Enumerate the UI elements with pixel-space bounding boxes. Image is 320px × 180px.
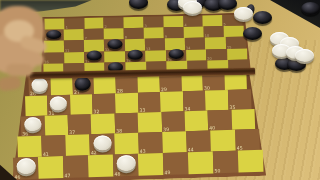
photo-scene: 1234567891011121314151617181920212223242… xyxy=(0,0,320,180)
light-square xyxy=(38,156,64,179)
black-man-on-12 xyxy=(107,39,122,49)
square-2: 2 xyxy=(104,17,124,28)
light-square xyxy=(17,136,42,158)
square-50: 50 xyxy=(213,151,239,174)
captured-white-piece xyxy=(183,1,202,14)
square-44: 44 xyxy=(186,130,211,152)
white-man-on-36 xyxy=(24,117,41,132)
square-48: 48 xyxy=(113,154,139,177)
square-number: 49 xyxy=(165,170,171,175)
black-man-on-19 xyxy=(168,49,183,59)
light-square xyxy=(160,91,183,112)
black-man-on-18 xyxy=(128,50,143,60)
light-square xyxy=(64,52,85,64)
light-square xyxy=(44,115,68,136)
light-square xyxy=(84,18,104,29)
square-36: 36 xyxy=(21,116,45,137)
square-3: 3 xyxy=(143,16,163,27)
square-number: 47 xyxy=(65,173,71,178)
square-19: 19 xyxy=(166,49,187,61)
light-square xyxy=(238,150,264,173)
square-11: 11 xyxy=(64,40,84,52)
light-square xyxy=(224,26,244,37)
square-42: 42 xyxy=(90,133,115,155)
light-square xyxy=(162,131,187,153)
light-square xyxy=(203,15,223,26)
square-15: 15 xyxy=(225,37,245,49)
light-square xyxy=(84,40,104,52)
square-4: 4 xyxy=(183,16,203,27)
white-man-on-46 xyxy=(16,158,35,175)
square-18: 18 xyxy=(125,50,146,62)
light-square xyxy=(65,134,90,156)
square-10: 10 xyxy=(204,26,224,37)
light-square xyxy=(144,27,164,38)
captured-black-piece xyxy=(218,0,237,10)
square-38: 38 xyxy=(114,113,138,134)
light-square xyxy=(94,74,116,94)
square-49: 49 xyxy=(163,152,189,175)
light-square xyxy=(70,94,93,115)
light-square xyxy=(124,39,144,51)
square-number: 48 xyxy=(115,172,121,177)
square-27: 27 xyxy=(72,75,94,95)
square-39: 39 xyxy=(161,111,185,132)
square-20: 20 xyxy=(207,49,228,61)
light-square xyxy=(205,37,225,49)
captured-black-piece xyxy=(243,27,262,40)
square-47: 47 xyxy=(63,155,89,178)
light-square xyxy=(186,49,207,61)
square-number: 46 xyxy=(15,175,21,180)
light-square xyxy=(64,29,84,40)
light-square xyxy=(91,113,115,134)
captured-white-piece xyxy=(295,49,314,62)
light-square xyxy=(88,155,114,178)
light-square xyxy=(185,111,209,132)
square-number: 50 xyxy=(215,168,221,173)
white-man-on-48 xyxy=(116,155,135,172)
light-square xyxy=(104,28,124,39)
square-45: 45 xyxy=(235,129,260,151)
light-square xyxy=(227,48,248,60)
square-17: 17 xyxy=(84,51,105,63)
square-40: 40 xyxy=(208,110,232,131)
square-7: 7 xyxy=(84,29,104,40)
square-32: 32 xyxy=(92,93,115,114)
captured-black-piece xyxy=(129,0,148,9)
light-square xyxy=(105,51,126,63)
square-35: 35 xyxy=(228,89,251,110)
light-square xyxy=(114,133,139,155)
square-9: 9 xyxy=(164,27,184,38)
square-41: 41 xyxy=(41,135,66,157)
captured-white-piece xyxy=(234,7,253,20)
light-square xyxy=(211,130,236,152)
light-square xyxy=(205,90,228,111)
square-12: 12 xyxy=(104,39,124,51)
black-man-on-17 xyxy=(87,51,102,61)
light-square xyxy=(231,109,255,130)
square-37: 37 xyxy=(68,114,92,135)
square-34: 34 xyxy=(183,91,206,112)
light-square xyxy=(115,93,138,114)
light-square xyxy=(165,38,185,50)
square-8: 8 xyxy=(124,28,144,39)
square-46: 46 xyxy=(13,157,39,180)
light-square xyxy=(138,153,164,176)
white-man-on-42 xyxy=(93,135,111,151)
light-square xyxy=(188,151,214,174)
square-43: 43 xyxy=(138,132,163,154)
square-14: 14 xyxy=(185,37,205,49)
light-square xyxy=(145,50,166,62)
captured-black-piece xyxy=(301,2,320,15)
player-hand xyxy=(0,2,60,110)
square-13: 13 xyxy=(145,38,165,50)
light-square xyxy=(163,16,183,27)
light-square xyxy=(138,112,162,133)
square-33: 33 xyxy=(138,92,161,113)
black-man-on-27 xyxy=(75,76,91,90)
square-1: 1 xyxy=(64,18,84,29)
light-square xyxy=(124,17,144,28)
captured-black-piece xyxy=(253,11,272,24)
light-square xyxy=(184,26,204,37)
